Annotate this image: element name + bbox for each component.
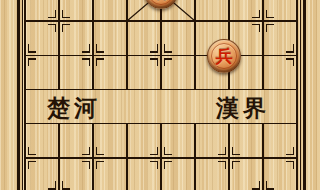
pieces-layer: 將兵 <box>0 0 320 190</box>
xiangqi-board[interactable]: 楚河 漢界 將兵 <box>0 0 320 190</box>
black-general-glyph: 將 <box>153 0 170 1</box>
piece-red-soldier[interactable]: 兵 <box>207 39 241 73</box>
red-soldier-glyph: 兵 <box>216 48 233 65</box>
piece-black-general[interactable]: 將 <box>144 0 178 9</box>
